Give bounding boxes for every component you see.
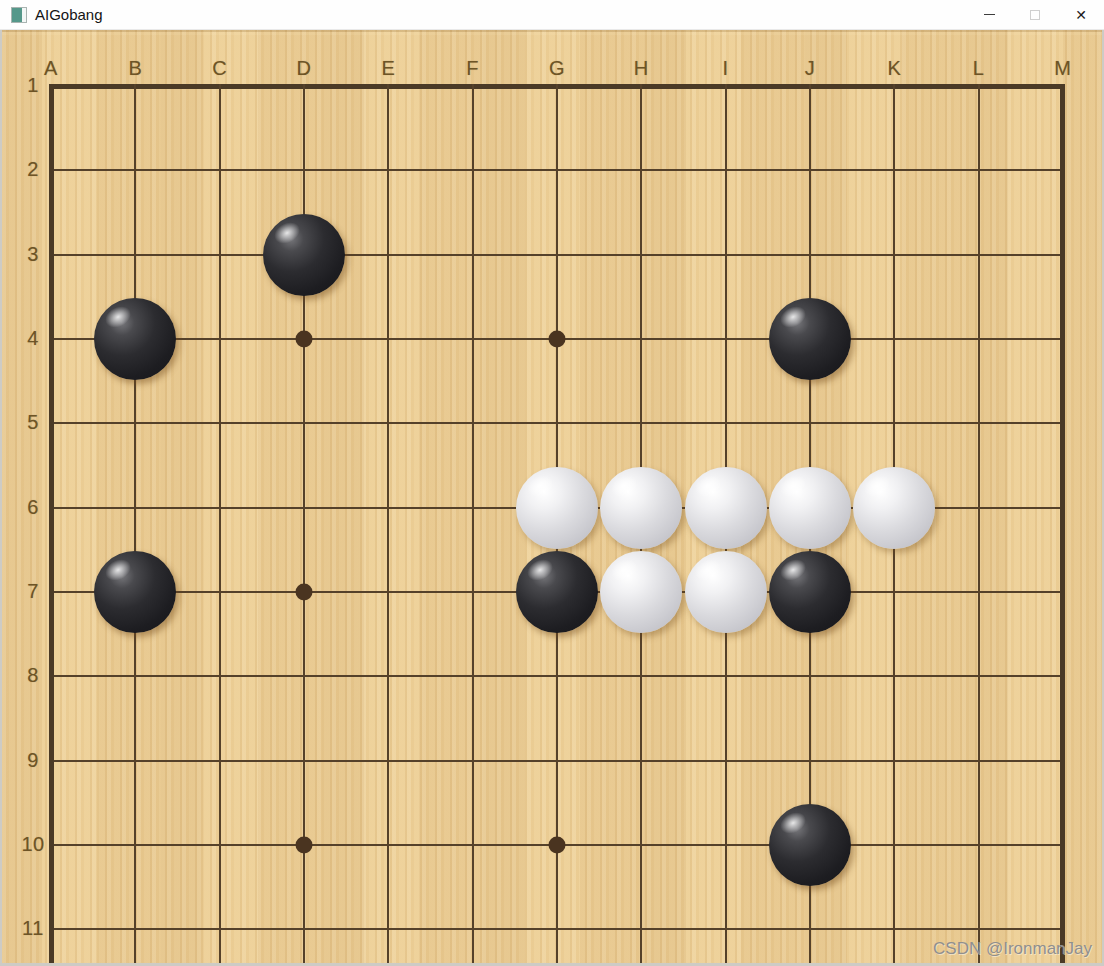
board-cell-D4[interactable] xyxy=(262,297,346,381)
board-cell-B5[interactable] xyxy=(93,381,177,465)
stone-black-J7 xyxy=(769,551,851,633)
board-cell-J6[interactable] xyxy=(768,465,852,549)
board-cell-H9[interactable] xyxy=(599,718,683,802)
board-cell-J4[interactable] xyxy=(768,297,852,381)
board-cell-D3[interactable] xyxy=(262,212,346,296)
stone-white-K6 xyxy=(853,467,935,549)
board-cell-K11[interactable] xyxy=(852,887,936,966)
board-cell-M4[interactable] xyxy=(1021,297,1104,381)
board-cell-G8[interactable] xyxy=(515,634,599,718)
board-cell-D7[interactable] xyxy=(262,550,346,634)
board-cell-E4[interactable] xyxy=(346,297,430,381)
stone-black-J4 xyxy=(769,298,851,380)
board-cell-J9[interactable] xyxy=(768,718,852,802)
board-cell-C5[interactable] xyxy=(177,381,261,465)
board-cell-G4[interactable] xyxy=(515,297,599,381)
board-cell-B9[interactable] xyxy=(93,718,177,802)
board-cell-I11[interactable] xyxy=(683,887,767,966)
board-cell-E5[interactable] xyxy=(346,381,430,465)
board-cell-D10[interactable] xyxy=(262,803,346,887)
board-cell-F4[interactable] xyxy=(430,297,514,381)
board-cell-H3[interactable] xyxy=(599,212,683,296)
board-cell-H8[interactable] xyxy=(599,634,683,718)
board-cell-K9[interactable] xyxy=(852,718,936,802)
board-cell-H4[interactable] xyxy=(599,297,683,381)
board-cell-B7[interactable] xyxy=(93,550,177,634)
board-cell-E2[interactable] xyxy=(346,128,430,212)
app-icon xyxy=(11,7,27,23)
board-cell-B10[interactable] xyxy=(93,803,177,887)
board-cell-I7[interactable] xyxy=(683,550,767,634)
board-cell-K7[interactable] xyxy=(852,550,936,634)
board-cell-A6[interactable] xyxy=(9,465,93,549)
board-cell-E7[interactable] xyxy=(346,550,430,634)
board-cell-K1[interactable] xyxy=(852,44,936,128)
board-cell-H5[interactable] xyxy=(599,381,683,465)
board-cell-B8[interactable] xyxy=(93,634,177,718)
board-cell-A8[interactable] xyxy=(9,634,93,718)
stone-white-H6 xyxy=(600,467,682,549)
board-cell-L10[interactable] xyxy=(936,803,1020,887)
title-bar: AIGobang ✕ xyxy=(0,0,1104,30)
board-cell-K6[interactable] xyxy=(852,465,936,549)
board-cell-B2[interactable] xyxy=(93,128,177,212)
board-cell-C4[interactable] xyxy=(177,297,261,381)
board-cell-F10[interactable] xyxy=(430,803,514,887)
board-cell-C10[interactable] xyxy=(177,803,261,887)
minimize-icon xyxy=(984,14,995,15)
board-cell-M7[interactable] xyxy=(1021,550,1104,634)
board-cell-C9[interactable] xyxy=(177,718,261,802)
board-cell-I10[interactable] xyxy=(683,803,767,887)
board-cell-H7[interactable] xyxy=(599,550,683,634)
board-cell-L8[interactable] xyxy=(936,634,1020,718)
board-cell-J3[interactable] xyxy=(768,212,852,296)
board-cell-K8[interactable] xyxy=(852,634,936,718)
board-cell-A7[interactable] xyxy=(9,550,93,634)
board-grid xyxy=(9,44,1104,966)
board-cell-F2[interactable] xyxy=(430,128,514,212)
board-cell-B11[interactable] xyxy=(93,887,177,966)
board-cell-M3[interactable] xyxy=(1021,212,1104,296)
board-cell-C2[interactable] xyxy=(177,128,261,212)
board-cell-D8[interactable] xyxy=(262,634,346,718)
board-cell-E3[interactable] xyxy=(346,212,430,296)
board-cell-C1[interactable] xyxy=(177,44,261,128)
board-cell-A5[interactable] xyxy=(9,381,93,465)
board-cell-A11[interactable] xyxy=(9,887,93,966)
board-cell-F11[interactable] xyxy=(430,887,514,966)
board-cell-A10[interactable] xyxy=(9,803,93,887)
board-cell-C11[interactable] xyxy=(177,887,261,966)
board-cell-F1[interactable] xyxy=(430,44,514,128)
board-cell-G5[interactable] xyxy=(515,381,599,465)
gobang-board: ABCDEFGHIJKLM12345678910111213 CSDN @Iro… xyxy=(0,30,1104,966)
board-cell-J10[interactable] xyxy=(768,803,852,887)
board-cell-F8[interactable] xyxy=(430,634,514,718)
board-cell-B6[interactable] xyxy=(93,465,177,549)
stone-white-J6 xyxy=(769,467,851,549)
stone-black-D3 xyxy=(263,214,345,296)
close-icon: ✕ xyxy=(1075,8,1087,22)
board-cell-H2[interactable] xyxy=(599,128,683,212)
board-cell-K3[interactable] xyxy=(852,212,936,296)
board-cell-L3[interactable] xyxy=(936,212,1020,296)
board-cell-L4[interactable] xyxy=(936,297,1020,381)
board-cell-H10[interactable] xyxy=(599,803,683,887)
board-cell-L6[interactable] xyxy=(936,465,1020,549)
board-cell-J2[interactable] xyxy=(768,128,852,212)
board-cell-I2[interactable] xyxy=(683,128,767,212)
board-cell-M5[interactable] xyxy=(1021,381,1104,465)
board-cell-E8[interactable] xyxy=(346,634,430,718)
board-cell-B3[interactable] xyxy=(93,212,177,296)
board-cell-I4[interactable] xyxy=(683,297,767,381)
window-title: AIGobang xyxy=(35,6,103,23)
board-cell-M8[interactable] xyxy=(1021,634,1104,718)
board-cell-K10[interactable] xyxy=(852,803,936,887)
stone-white-G6 xyxy=(516,467,598,549)
board-cell-L5[interactable] xyxy=(936,381,1020,465)
board-cell-F9[interactable] xyxy=(430,718,514,802)
board-cell-E10[interactable] xyxy=(346,803,430,887)
board-cell-D11[interactable] xyxy=(262,887,346,966)
board-cell-F3[interactable] xyxy=(430,212,514,296)
board-cell-J8[interactable] xyxy=(768,634,852,718)
stone-black-B7 xyxy=(94,551,176,633)
board-cell-E9[interactable] xyxy=(346,718,430,802)
app-window: AIGobang ✕ ABCDEFGHIJKLM1234567891011121… xyxy=(0,0,1104,966)
board-cell-G9[interactable] xyxy=(515,718,599,802)
minimize-button[interactable] xyxy=(966,0,1012,29)
board-cell-D9[interactable] xyxy=(262,718,346,802)
board-cell-J7[interactable] xyxy=(768,550,852,634)
board-cell-D2[interactable] xyxy=(262,128,346,212)
maximize-button[interactable] xyxy=(1012,0,1058,29)
board-cell-I3[interactable] xyxy=(683,212,767,296)
board-cell-A4[interactable] xyxy=(9,297,93,381)
board-cell-C6[interactable] xyxy=(177,465,261,549)
stone-black-G7 xyxy=(516,551,598,633)
board-cell-K5[interactable] xyxy=(852,381,936,465)
board-cell-C8[interactable] xyxy=(177,634,261,718)
board-cell-D6[interactable] xyxy=(262,465,346,549)
board-cell-A9[interactable] xyxy=(9,718,93,802)
stone-black-B4 xyxy=(94,298,176,380)
board-cell-H1[interactable] xyxy=(599,44,683,128)
board-cell-A2[interactable] xyxy=(9,128,93,212)
board-cell-I5[interactable] xyxy=(683,381,767,465)
stone-black-J10 xyxy=(769,804,851,886)
board-cell-I6[interactable] xyxy=(683,465,767,549)
board-cell-K2[interactable] xyxy=(852,128,936,212)
window-controls: ✕ xyxy=(966,0,1104,29)
board-cell-A3[interactable] xyxy=(9,212,93,296)
board-cell-J1[interactable] xyxy=(768,44,852,128)
board-cell-I8[interactable] xyxy=(683,634,767,718)
board-cell-G1[interactable] xyxy=(515,44,599,128)
board-cell-E6[interactable] xyxy=(346,465,430,549)
stone-white-I7 xyxy=(685,551,767,633)
board-cell-E11[interactable] xyxy=(346,887,430,966)
board-cell-J11[interactable] xyxy=(768,887,852,966)
board-cell-D1[interactable] xyxy=(262,44,346,128)
board-cell-L7[interactable] xyxy=(936,550,1020,634)
board-cell-K4[interactable] xyxy=(852,297,936,381)
board-cell-F7[interactable] xyxy=(430,550,514,634)
board-cell-E1[interactable] xyxy=(346,44,430,128)
stone-white-I6 xyxy=(685,467,767,549)
board-cell-G7[interactable] xyxy=(515,550,599,634)
board-cell-L2[interactable] xyxy=(936,128,1020,212)
board-cell-F6[interactable] xyxy=(430,465,514,549)
board-cell-I1[interactable] xyxy=(683,44,767,128)
board-cell-M2[interactable] xyxy=(1021,128,1104,212)
maximize-icon xyxy=(1030,10,1040,20)
board-cell-M9[interactable] xyxy=(1021,718,1104,802)
board-cell-F5[interactable] xyxy=(430,381,514,465)
board-cell-M1[interactable] xyxy=(1021,44,1104,128)
board-cell-C3[interactable] xyxy=(177,212,261,296)
board-cell-J5[interactable] xyxy=(768,381,852,465)
close-button[interactable]: ✕ xyxy=(1058,0,1104,29)
board-cell-D5[interactable] xyxy=(262,381,346,465)
board-cell-G3[interactable] xyxy=(515,212,599,296)
board-cell-A1[interactable] xyxy=(9,44,93,128)
board-cell-B1[interactable] xyxy=(93,44,177,128)
board-cell-M10[interactable] xyxy=(1021,803,1104,887)
watermark-text: CSDN @IronmanJay xyxy=(933,939,1092,959)
board-cell-G6[interactable] xyxy=(515,465,599,549)
board-cell-G11[interactable] xyxy=(515,887,599,966)
board-cell-G2[interactable] xyxy=(515,128,599,212)
board-cell-B4[interactable] xyxy=(93,297,177,381)
stone-white-H7 xyxy=(600,551,682,633)
board-cell-L1[interactable] xyxy=(936,44,1020,128)
board-cell-C7[interactable] xyxy=(177,550,261,634)
board-cell-I9[interactable] xyxy=(683,718,767,802)
board-cell-M6[interactable] xyxy=(1021,465,1104,549)
board-cell-H11[interactable] xyxy=(599,887,683,966)
board-cell-H6[interactable] xyxy=(599,465,683,549)
board-cell-L9[interactable] xyxy=(936,718,1020,802)
board-cell-G10[interactable] xyxy=(515,803,599,887)
